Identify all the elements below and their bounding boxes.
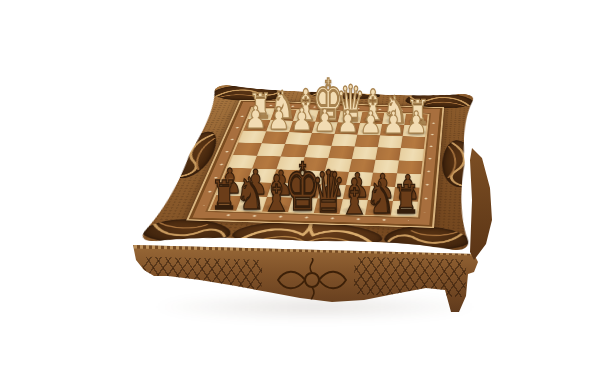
chess-board xyxy=(130,82,479,255)
square-a1 xyxy=(404,114,427,126)
square-a8 xyxy=(391,201,418,216)
square-d7 xyxy=(318,184,346,199)
square-c6 xyxy=(346,172,373,186)
square-c1 xyxy=(360,112,384,124)
square-a3 xyxy=(401,136,425,149)
square-c7 xyxy=(343,185,371,200)
square-d8 xyxy=(314,198,343,213)
board-side-right xyxy=(470,148,494,262)
product-photo: ♜♞♝♚♛♝♞♜♟♟♟♟♟♟♟♟♟♟♟♟♟♟♟♟♜♞♝♚♛♝♞♜ xyxy=(0,0,600,380)
square-c3 xyxy=(355,135,380,148)
square-b2 xyxy=(380,124,404,136)
apron-lattice-left xyxy=(142,256,263,297)
apron-bead-line xyxy=(134,244,476,255)
square-d3 xyxy=(331,134,357,147)
square-d6 xyxy=(321,171,349,185)
square-b8 xyxy=(365,200,393,215)
square-b1 xyxy=(382,113,406,125)
square-a5 xyxy=(397,160,422,174)
square-c4 xyxy=(352,147,378,160)
square-a7 xyxy=(393,187,420,202)
square-b3 xyxy=(378,135,403,148)
square-e6 xyxy=(297,170,325,184)
square-e1 xyxy=(315,111,340,123)
square-b4 xyxy=(375,147,400,160)
square-d4 xyxy=(328,146,354,159)
square-e2 xyxy=(312,122,338,134)
square-b5 xyxy=(373,160,399,174)
square-e5 xyxy=(301,157,329,171)
apron-lattice-right xyxy=(354,257,467,298)
square-d2 xyxy=(335,122,360,134)
square-b7 xyxy=(368,186,395,201)
square-d1 xyxy=(338,111,363,123)
square-b6 xyxy=(371,173,398,187)
square-a6 xyxy=(395,173,421,187)
board-grid xyxy=(210,108,428,216)
square-c8 xyxy=(340,199,368,214)
square-c5 xyxy=(349,159,375,173)
square-c2 xyxy=(357,123,382,135)
square-e4 xyxy=(305,145,332,158)
square-d5 xyxy=(325,158,352,172)
square-e3 xyxy=(308,133,334,146)
square-a2 xyxy=(403,125,427,137)
square-a4 xyxy=(399,148,424,161)
